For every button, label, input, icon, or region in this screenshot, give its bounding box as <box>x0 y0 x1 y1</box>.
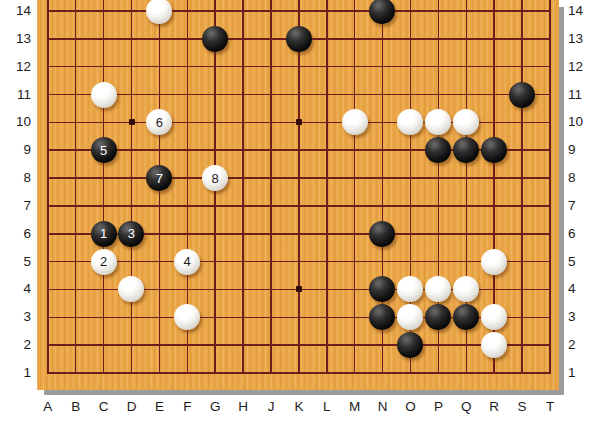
column-label-R: R <box>483 399 505 414</box>
column-label-H: H <box>232 399 254 414</box>
board-point-L13[interactable] <box>313 25 341 53</box>
board-point-R9[interactable] <box>480 136 508 164</box>
board-point-D7[interactable] <box>118 192 146 220</box>
board-point-M7[interactable] <box>341 192 369 220</box>
board-point-K8[interactable] <box>285 164 313 192</box>
board-point-K5[interactable] <box>285 248 313 276</box>
board-point-D1[interactable] <box>118 359 146 387</box>
board-point-R8[interactable] <box>480 164 508 192</box>
board-point-E4[interactable] <box>145 276 173 304</box>
board-point-J11[interactable] <box>257 81 285 109</box>
board-point-L14[interactable] <box>313 0 341 25</box>
board-point-D10[interactable] <box>118 108 146 136</box>
column-label-T: T <box>539 399 561 414</box>
board-point-Q8[interactable] <box>452 164 480 192</box>
board-point-S11[interactable] <box>508 81 536 109</box>
move-number-5: 5 <box>100 144 107 157</box>
board-point-B14[interactable] <box>62 0 90 25</box>
board-point-N14[interactable] <box>369 0 397 25</box>
board-point-M1[interactable] <box>341 359 369 387</box>
board-point-G13[interactable] <box>201 25 229 53</box>
board-point-Q3[interactable] <box>452 303 480 331</box>
board-point-T9[interactable] <box>536 136 564 164</box>
board-point-F3[interactable] <box>173 303 201 331</box>
board-point-H8[interactable] <box>229 164 257 192</box>
board-point-M11[interactable] <box>341 81 369 109</box>
board-point-F12[interactable] <box>173 53 201 81</box>
board-point-R7[interactable] <box>480 192 508 220</box>
board-point-R1[interactable] <box>480 359 508 387</box>
stone-black-N14 <box>369 0 395 24</box>
board-point-L9[interactable] <box>313 136 341 164</box>
board-point-G11[interactable] <box>201 81 229 109</box>
board-point-M9[interactable] <box>341 136 369 164</box>
board-point-A9[interactable] <box>34 136 62 164</box>
board-point-L8[interactable] <box>313 164 341 192</box>
board-point-E9[interactable] <box>145 136 173 164</box>
board-point-M3[interactable] <box>341 303 369 331</box>
board-point-B9[interactable] <box>62 136 90 164</box>
board-point-G5[interactable] <box>201 248 229 276</box>
board-point-N7[interactable] <box>369 192 397 220</box>
board-point-H6[interactable] <box>229 220 257 248</box>
board-point-O14[interactable] <box>396 0 424 25</box>
stone-black-O2 <box>397 332 423 358</box>
board-point-O4[interactable] <box>396 276 424 304</box>
board-point-G12[interactable] <box>201 53 229 81</box>
board-point-T8[interactable] <box>536 164 564 192</box>
board-point-N9[interactable] <box>369 136 397 164</box>
stone-black-N4 <box>369 276 395 302</box>
column-label-D: D <box>121 399 143 414</box>
board-point-A6[interactable] <box>34 220 62 248</box>
board-point-C7[interactable] <box>90 192 118 220</box>
board-point-O11[interactable] <box>396 81 424 109</box>
board-point-R11[interactable] <box>480 81 508 109</box>
board-point-N3[interactable] <box>369 303 397 331</box>
board-point-L11[interactable] <box>313 81 341 109</box>
row-label-right-9: 9 <box>568 142 598 157</box>
board-point-F7[interactable] <box>173 192 201 220</box>
board-point-P14[interactable] <box>424 0 452 25</box>
board-point-R4[interactable] <box>480 276 508 304</box>
board-point-B11[interactable] <box>62 81 90 109</box>
board-point-S2[interactable] <box>508 331 536 359</box>
board-point-E8[interactable]: 7 <box>145 164 173 192</box>
column-label-M: M <box>344 399 366 414</box>
board-point-G3[interactable] <box>201 303 229 331</box>
board-point-Q12[interactable] <box>452 53 480 81</box>
board-point-L7[interactable] <box>313 192 341 220</box>
board-point-R2[interactable] <box>480 331 508 359</box>
board-point-C11[interactable] <box>90 81 118 109</box>
board-point-K13[interactable] <box>285 25 313 53</box>
board-point-K6[interactable] <box>285 220 313 248</box>
board-point-M13[interactable] <box>341 25 369 53</box>
board-point-L4[interactable] <box>313 276 341 304</box>
board-point-C4[interactable] <box>90 276 118 304</box>
board-point-G1[interactable] <box>201 359 229 387</box>
board-point-P12[interactable] <box>424 53 452 81</box>
board-point-T3[interactable] <box>536 303 564 331</box>
board-point-F6[interactable] <box>173 220 201 248</box>
board-point-H5[interactable] <box>229 248 257 276</box>
board-point-B12[interactable] <box>62 53 90 81</box>
board-point-S9[interactable] <box>508 136 536 164</box>
board-point-G4[interactable] <box>201 276 229 304</box>
board-point-N5[interactable] <box>369 248 397 276</box>
board-point-E13[interactable] <box>145 25 173 53</box>
board-point-F10[interactable] <box>173 108 201 136</box>
board-point-B6[interactable] <box>62 220 90 248</box>
board-point-O13[interactable] <box>396 25 424 53</box>
board-point-R14[interactable] <box>480 0 508 25</box>
board-point-S14[interactable] <box>508 0 536 25</box>
board-point-H13[interactable] <box>229 25 257 53</box>
board-point-B3[interactable] <box>62 303 90 331</box>
board-point-A11[interactable] <box>34 81 62 109</box>
board-point-L5[interactable] <box>313 248 341 276</box>
move-number-6: 6 <box>156 116 163 129</box>
board-point-H4[interactable] <box>229 276 257 304</box>
board-point-F14[interactable] <box>173 0 201 25</box>
board-point-Q14[interactable] <box>452 0 480 25</box>
board-point-F11[interactable] <box>173 81 201 109</box>
board-point-P3[interactable] <box>424 303 452 331</box>
board-point-L10[interactable] <box>313 108 341 136</box>
board-point-O2[interactable] <box>396 331 424 359</box>
board-point-S4[interactable] <box>508 276 536 304</box>
board-point-Q5[interactable] <box>452 248 480 276</box>
board-point-K9[interactable] <box>285 136 313 164</box>
board-point-J1[interactable] <box>257 359 285 387</box>
board-point-S1[interactable] <box>508 359 536 387</box>
board-point-O12[interactable] <box>396 53 424 81</box>
board-point-G8[interactable]: 8 <box>201 164 229 192</box>
board-point-R3[interactable] <box>480 303 508 331</box>
board-point-K2[interactable] <box>285 331 313 359</box>
board-point-P7[interactable] <box>424 192 452 220</box>
board-point-B7[interactable] <box>62 192 90 220</box>
board-point-D11[interactable] <box>118 81 146 109</box>
board-point-A8[interactable] <box>34 164 62 192</box>
board-point-J8[interactable] <box>257 164 285 192</box>
board-point-O7[interactable] <box>396 192 424 220</box>
board-point-T6[interactable] <box>536 220 564 248</box>
board-point-G10[interactable] <box>201 108 229 136</box>
row-label-left-14: 14 <box>1 3 31 18</box>
board-point-P10[interactable] <box>424 108 452 136</box>
board-point-M14[interactable] <box>341 0 369 25</box>
board-point-P1[interactable] <box>424 359 452 387</box>
board-point-A5[interactable] <box>34 248 62 276</box>
board-point-N2[interactable] <box>369 331 397 359</box>
row-label-left-11: 11 <box>1 87 31 102</box>
board-point-D14[interactable] <box>118 0 146 25</box>
board-point-D6[interactable]: 3 <box>118 220 146 248</box>
board-point-D2[interactable] <box>118 331 146 359</box>
column-label-K: K <box>288 399 310 414</box>
board-point-T5[interactable] <box>536 248 564 276</box>
board-point-M12[interactable] <box>341 53 369 81</box>
column-label-S: S <box>511 399 533 414</box>
board-point-Q11[interactable] <box>452 81 480 109</box>
move-number-3: 3 <box>128 227 135 240</box>
board-point-F8[interactable] <box>173 164 201 192</box>
board-point-J12[interactable] <box>257 53 285 81</box>
board-point-K12[interactable] <box>285 53 313 81</box>
board-point-R6[interactable] <box>480 220 508 248</box>
board-point-B10[interactable] <box>62 108 90 136</box>
board-point-K7[interactable] <box>285 192 313 220</box>
board-point-E2[interactable] <box>145 331 173 359</box>
board-point-E12[interactable] <box>145 53 173 81</box>
board-point-P6[interactable] <box>424 220 452 248</box>
board-point-G9[interactable] <box>201 136 229 164</box>
board-point-O10[interactable] <box>396 108 424 136</box>
board-point-A14[interactable] <box>34 0 62 25</box>
board-point-P11[interactable] <box>424 81 452 109</box>
board-point-R5[interactable] <box>480 248 508 276</box>
board-point-P5[interactable] <box>424 248 452 276</box>
board-point-Q10[interactable] <box>452 108 480 136</box>
board-point-A12[interactable] <box>34 53 62 81</box>
board-point-S3[interactable] <box>508 303 536 331</box>
board-point-O5[interactable] <box>396 248 424 276</box>
board-point-H7[interactable] <box>229 192 257 220</box>
board-point-M2[interactable] <box>341 331 369 359</box>
stone-white-E10: 6 <box>146 109 172 135</box>
board-point-R13[interactable] <box>480 25 508 53</box>
board-point-E11[interactable] <box>145 81 173 109</box>
board-point-P4[interactable] <box>424 276 452 304</box>
board-point-P8[interactable] <box>424 164 452 192</box>
board-point-M4[interactable] <box>341 276 369 304</box>
board-point-S12[interactable] <box>508 53 536 81</box>
board-point-A4[interactable] <box>34 276 62 304</box>
move-number-7: 7 <box>156 172 163 185</box>
board-point-K1[interactable] <box>285 359 313 387</box>
row-label-right-14: 14 <box>568 3 598 18</box>
board-point-D9[interactable] <box>118 136 146 164</box>
stone-white-R5 <box>481 249 507 275</box>
board-point-C10[interactable] <box>90 108 118 136</box>
board-point-H11[interactable] <box>229 81 257 109</box>
board-point-G2[interactable] <box>201 331 229 359</box>
board-point-T10[interactable] <box>536 108 564 136</box>
board-point-B13[interactable] <box>62 25 90 53</box>
board-point-G6[interactable] <box>201 220 229 248</box>
board-point-O1[interactable] <box>396 359 424 387</box>
board-point-G14[interactable] <box>201 0 229 25</box>
board-point-T11[interactable] <box>536 81 564 109</box>
board-point-D5[interactable] <box>118 248 146 276</box>
board-point-J9[interactable] <box>257 136 285 164</box>
board-point-F4[interactable] <box>173 276 201 304</box>
board-point-K3[interactable] <box>285 303 313 331</box>
board-point-T4[interactable] <box>536 276 564 304</box>
board-point-J2[interactable] <box>257 331 285 359</box>
board-point-D8[interactable] <box>118 164 146 192</box>
board-point-M8[interactable] <box>341 164 369 192</box>
board-point-P9[interactable] <box>424 136 452 164</box>
board-point-J3[interactable] <box>257 303 285 331</box>
board-point-G7[interactable] <box>201 192 229 220</box>
board-point-O3[interactable] <box>396 303 424 331</box>
board-point-E5[interactable] <box>145 248 173 276</box>
board-point-J5[interactable] <box>257 248 285 276</box>
stone-white-O10 <box>397 109 423 135</box>
board-point-N4[interactable] <box>369 276 397 304</box>
board-point-F2[interactable] <box>173 331 201 359</box>
board-point-F1[interactable] <box>173 359 201 387</box>
board-point-S8[interactable] <box>508 164 536 192</box>
board-point-D12[interactable] <box>118 53 146 81</box>
board-point-E14[interactable] <box>145 0 173 25</box>
column-label-F: F <box>176 399 198 414</box>
board-point-S10[interactable] <box>508 108 536 136</box>
board-point-L12[interactable] <box>313 53 341 81</box>
board-point-A3[interactable] <box>34 303 62 331</box>
board-point-C5[interactable]: 2 <box>90 248 118 276</box>
column-label-G: G <box>204 399 226 414</box>
board-point-K14[interactable] <box>285 0 313 25</box>
board-point-R10[interactable] <box>480 108 508 136</box>
board-point-R12[interactable] <box>480 53 508 81</box>
board-point-B8[interactable] <box>62 164 90 192</box>
board-point-J14[interactable] <box>257 0 285 25</box>
board-point-J10[interactable] <box>257 108 285 136</box>
stone-black-C6: 1 <box>91 221 117 247</box>
board-point-P2[interactable] <box>424 331 452 359</box>
board-point-Q13[interactable] <box>452 25 480 53</box>
board-point-A10[interactable] <box>34 108 62 136</box>
board-point-J13[interactable] <box>257 25 285 53</box>
board-point-H9[interactable] <box>229 136 257 164</box>
board-point-B5[interactable] <box>62 248 90 276</box>
row-label-left-4: 4 <box>1 281 31 296</box>
board-point-N6[interactable] <box>369 220 397 248</box>
board-point-H2[interactable] <box>229 331 257 359</box>
board-point-E10[interactable]: 6 <box>145 108 173 136</box>
board-point-C9[interactable]: 5 <box>90 136 118 164</box>
board-point-S5[interactable] <box>508 248 536 276</box>
board-point-N11[interactable] <box>369 81 397 109</box>
board-point-S13[interactable] <box>508 25 536 53</box>
board-point-N1[interactable] <box>369 359 397 387</box>
board-point-C12[interactable] <box>90 53 118 81</box>
board-point-H3[interactable] <box>229 303 257 331</box>
board-point-K4[interactable] <box>285 276 313 304</box>
board-point-J7[interactable] <box>257 192 285 220</box>
board-point-J4[interactable] <box>257 276 285 304</box>
board-point-C14[interactable] <box>90 0 118 25</box>
board-point-C1[interactable] <box>90 359 118 387</box>
board-point-C6[interactable]: 1 <box>90 220 118 248</box>
board-point-L1[interactable] <box>313 359 341 387</box>
board-point-D4[interactable] <box>118 276 146 304</box>
board-point-A2[interactable] <box>34 331 62 359</box>
move-number-1: 1 <box>100 227 107 240</box>
board-point-T13[interactable] <box>536 25 564 53</box>
board-point-L6[interactable] <box>313 220 341 248</box>
board-point-B2[interactable] <box>62 331 90 359</box>
board-point-O9[interactable] <box>396 136 424 164</box>
board-point-N12[interactable] <box>369 53 397 81</box>
row-label-left-7: 7 <box>1 198 31 213</box>
board-point-Q7[interactable] <box>452 192 480 220</box>
board-point-Q9[interactable] <box>452 136 480 164</box>
board-point-L3[interactable] <box>313 303 341 331</box>
stone-black-R9 <box>481 137 507 163</box>
board-point-A13[interactable] <box>34 25 62 53</box>
board-point-Q1[interactable] <box>452 359 480 387</box>
board-point-F5[interactable]: 4 <box>173 248 201 276</box>
board-point-N8[interactable] <box>369 164 397 192</box>
board-point-C8[interactable] <box>90 164 118 192</box>
board-point-E7[interactable] <box>145 192 173 220</box>
board-point-T12[interactable] <box>536 53 564 81</box>
board-point-M5[interactable] <box>341 248 369 276</box>
board-point-E6[interactable] <box>145 220 173 248</box>
board-point-N10[interactable] <box>369 108 397 136</box>
stone-white-O3 <box>397 304 423 330</box>
board-point-C13[interactable] <box>90 25 118 53</box>
board-point-A1[interactable] <box>34 359 62 387</box>
board-point-O8[interactable] <box>396 164 424 192</box>
move-number-2: 2 <box>100 255 107 268</box>
board-point-D13[interactable] <box>118 25 146 53</box>
board-point-S6[interactable] <box>508 220 536 248</box>
board-point-A7[interactable] <box>34 192 62 220</box>
board-point-Q4[interactable] <box>452 276 480 304</box>
stone-white-Q10 <box>453 109 479 135</box>
board-point-Q6[interactable] <box>452 220 480 248</box>
board-point-M6[interactable] <box>341 220 369 248</box>
board-point-H10[interactable] <box>229 108 257 136</box>
board-point-K11[interactable] <box>285 81 313 109</box>
board-point-L2[interactable] <box>313 331 341 359</box>
board-point-B4[interactable] <box>62 276 90 304</box>
board-point-T2[interactable] <box>536 331 564 359</box>
board-point-M10[interactable] <box>341 108 369 136</box>
board-point-O6[interactable] <box>396 220 424 248</box>
row-label-left-1: 1 <box>1 365 31 380</box>
board-point-B1[interactable] <box>62 359 90 387</box>
board-point-S7[interactable] <box>508 192 536 220</box>
board-point-H1[interactable] <box>229 359 257 387</box>
row-label-right-4: 4 <box>568 281 598 296</box>
board-point-F9[interactable] <box>173 136 201 164</box>
board-point-K10[interactable] <box>285 108 313 136</box>
board-point-Q2[interactable] <box>452 331 480 359</box>
board-point-F13[interactable] <box>173 25 201 53</box>
board-point-P13[interactable] <box>424 25 452 53</box>
board-point-T14[interactable] <box>536 0 564 25</box>
board-point-N13[interactable] <box>369 25 397 53</box>
board-point-H14[interactable] <box>229 0 257 25</box>
board-point-C3[interactable] <box>90 303 118 331</box>
board-point-C2[interactable] <box>90 331 118 359</box>
board-point-E3[interactable] <box>145 303 173 331</box>
board-point-D3[interactable] <box>118 303 146 331</box>
board-point-H12[interactable] <box>229 53 257 81</box>
stone-black-N3 <box>369 304 395 330</box>
board-point-T1[interactable] <box>536 359 564 387</box>
board-point-J6[interactable] <box>257 220 285 248</box>
board-point-T7[interactable] <box>536 192 564 220</box>
board-point-E1[interactable] <box>145 359 173 387</box>
